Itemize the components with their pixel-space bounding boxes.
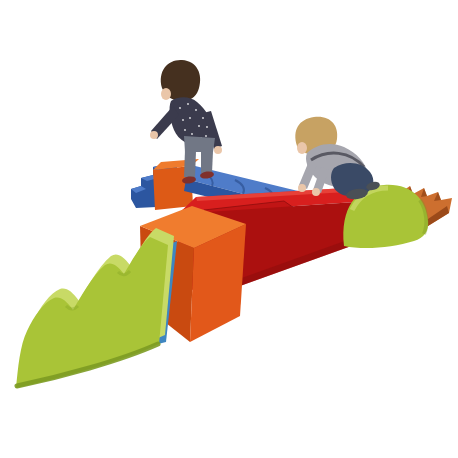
child-kneeling [295, 117, 380, 201]
child-kneeling-face [297, 142, 307, 154]
scene-illustration [0, 0, 458, 458]
child-standing-face [161, 88, 171, 100]
child-kneeling-left-hand [298, 184, 306, 192]
green-wave-ramp [16, 228, 174, 388]
child-standing-hips [184, 136, 215, 152]
child-kneeling-right-hand [312, 188, 320, 196]
child-standing-right-hand [214, 146, 222, 154]
child-standing-left-leg [184, 150, 196, 178]
child-standing-left-hand [150, 131, 158, 139]
product-photo [0, 0, 458, 458]
child-standing-right-leg [201, 151, 213, 173]
